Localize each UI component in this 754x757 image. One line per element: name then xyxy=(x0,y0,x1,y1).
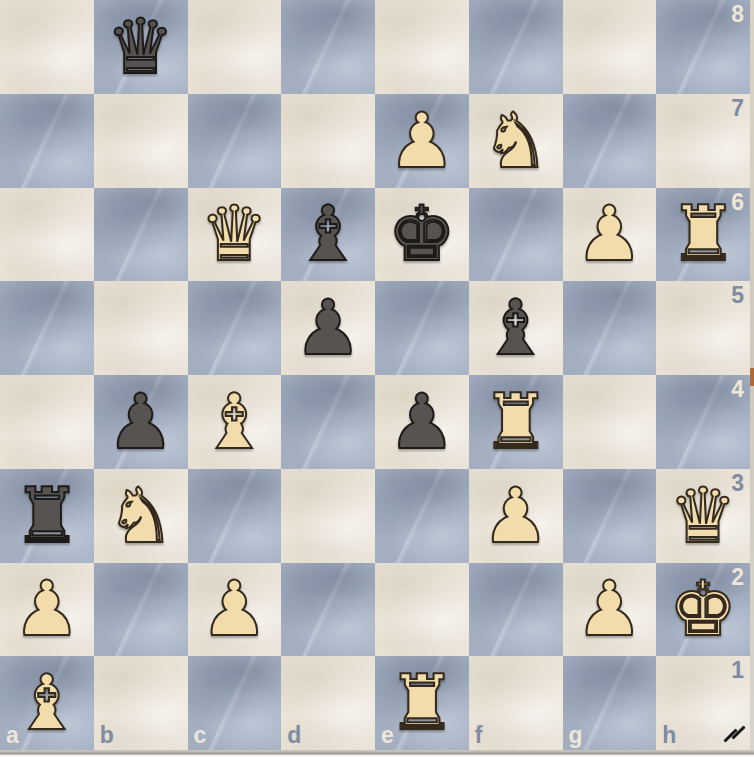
square-b2[interactable] xyxy=(94,563,188,657)
square-f4[interactable]: ♜ xyxy=(469,375,563,469)
square-h3[interactable]: 3♛ xyxy=(656,469,750,563)
file-label-d: d xyxy=(287,724,301,747)
piece-wq-h3[interactable]: ♛ xyxy=(656,469,750,563)
square-f7[interactable]: ♞ xyxy=(469,94,563,188)
piece-bp-e4[interactable]: ♟ xyxy=(375,375,469,469)
file-label-c: c xyxy=(194,724,207,747)
file-label-g: g xyxy=(569,724,583,747)
chess-board-stage: ♛8♟♞7♛♝♚♟6♜♟♝5♟♝♟♜4♜♞♟3♛♟♟♟2♚a♝bcde♜fg1h xyxy=(0,0,754,757)
square-c7[interactable] xyxy=(188,94,282,188)
square-b1[interactable]: b xyxy=(94,656,188,750)
square-b5[interactable] xyxy=(94,281,188,375)
square-e6[interactable]: ♚ xyxy=(375,188,469,282)
square-f1[interactable]: f xyxy=(469,656,563,750)
piece-wp-e7[interactable]: ♟ xyxy=(375,94,469,188)
board-right-edge xyxy=(750,0,754,750)
square-g5[interactable] xyxy=(563,281,657,375)
piece-bb-d6[interactable]: ♝ xyxy=(281,188,375,282)
resize-handle-icon[interactable] xyxy=(723,723,747,745)
square-g1[interactable]: g xyxy=(563,656,657,750)
square-d3[interactable] xyxy=(281,469,375,563)
square-a7[interactable] xyxy=(0,94,94,188)
piece-wr-h6[interactable]: ♜ xyxy=(656,188,750,282)
square-d8[interactable] xyxy=(281,0,375,94)
piece-bb-f5[interactable]: ♝ xyxy=(469,281,563,375)
piece-wb-a1[interactable]: ♝ xyxy=(0,656,94,750)
square-a3[interactable]: ♜ xyxy=(0,469,94,563)
file-label-h: h xyxy=(662,724,676,747)
piece-wp-g6[interactable]: ♟ xyxy=(563,188,657,282)
square-e8[interactable] xyxy=(375,0,469,94)
square-f5[interactable]: ♝ xyxy=(469,281,563,375)
square-h4[interactable]: 4 xyxy=(656,375,750,469)
rank-label-8: 8 xyxy=(731,3,744,26)
board-bottom-edge xyxy=(0,750,754,757)
square-e5[interactable] xyxy=(375,281,469,375)
piece-wp-c2[interactable]: ♟ xyxy=(188,563,282,657)
file-label-b: b xyxy=(100,724,114,747)
square-b7[interactable] xyxy=(94,94,188,188)
square-h7[interactable]: 7 xyxy=(656,94,750,188)
square-h8[interactable]: 8 xyxy=(656,0,750,94)
piece-wp-f3[interactable]: ♟ xyxy=(469,469,563,563)
square-c6[interactable]: ♛ xyxy=(188,188,282,282)
piece-wn-f7[interactable]: ♞ xyxy=(469,94,563,188)
square-d7[interactable] xyxy=(281,94,375,188)
file-label-f: f xyxy=(475,724,483,747)
piece-bk-e6[interactable]: ♚ xyxy=(375,188,469,282)
square-g4[interactable] xyxy=(563,375,657,469)
square-f8[interactable] xyxy=(469,0,563,94)
square-b4[interactable]: ♟ xyxy=(94,375,188,469)
piece-br-a3[interactable]: ♜ xyxy=(0,469,94,563)
piece-wn-b3[interactable]: ♞ xyxy=(94,469,188,563)
square-d5[interactable]: ♟ xyxy=(281,281,375,375)
square-a6[interactable] xyxy=(0,188,94,282)
square-b6[interactable] xyxy=(94,188,188,282)
square-c5[interactable] xyxy=(188,281,282,375)
square-e7[interactable]: ♟ xyxy=(375,94,469,188)
square-a1[interactable]: a♝ xyxy=(0,656,94,750)
piece-bp-b4[interactable]: ♟ xyxy=(94,375,188,469)
square-b8[interactable]: ♛ xyxy=(94,0,188,94)
square-c4[interactable]: ♝ xyxy=(188,375,282,469)
square-g3[interactable] xyxy=(563,469,657,563)
square-f2[interactable] xyxy=(469,563,563,657)
square-f3[interactable]: ♟ xyxy=(469,469,563,563)
piece-wp-g2[interactable]: ♟ xyxy=(563,563,657,657)
square-g6[interactable]: ♟ xyxy=(563,188,657,282)
square-a4[interactable] xyxy=(0,375,94,469)
rank-label-5: 5 xyxy=(731,284,744,307)
rank-label-1: 1 xyxy=(731,659,744,682)
piece-wk-h2[interactable]: ♚ xyxy=(656,563,750,657)
square-g8[interactable] xyxy=(563,0,657,94)
square-h5[interactable]: 5 xyxy=(656,281,750,375)
square-b3[interactable]: ♞ xyxy=(94,469,188,563)
square-c1[interactable]: c xyxy=(188,656,282,750)
square-g2[interactable]: ♟ xyxy=(563,563,657,657)
square-c3[interactable] xyxy=(188,469,282,563)
square-f6[interactable] xyxy=(469,188,563,282)
piece-bp-d5[interactable]: ♟ xyxy=(281,281,375,375)
square-h6[interactable]: 6♜ xyxy=(656,188,750,282)
square-e3[interactable] xyxy=(375,469,469,563)
piece-wb-c4[interactable]: ♝ xyxy=(188,375,282,469)
piece-wp-a2[interactable]: ♟ xyxy=(0,563,94,657)
square-a5[interactable] xyxy=(0,281,94,375)
square-g7[interactable] xyxy=(563,94,657,188)
square-c8[interactable] xyxy=(188,0,282,94)
square-d4[interactable] xyxy=(281,375,375,469)
piece-wq-c6[interactable]: ♛ xyxy=(188,188,282,282)
chess-board: ♛8♟♞7♛♝♚♟6♜♟♝5♟♝♟♜4♜♞♟3♛♟♟♟2♚a♝bcde♜fg1h xyxy=(0,0,750,750)
piece-bq-b8[interactable]: ♛ xyxy=(94,0,188,94)
square-e1[interactable]: e♜ xyxy=(375,656,469,750)
edge-notch xyxy=(750,368,754,386)
rank-label-4: 4 xyxy=(731,378,744,401)
square-a2[interactable]: ♟ xyxy=(0,563,94,657)
square-d2[interactable] xyxy=(281,563,375,657)
square-a8[interactable] xyxy=(0,0,94,94)
square-h2[interactable]: 2♚ xyxy=(656,563,750,657)
square-e4[interactable]: ♟ xyxy=(375,375,469,469)
piece-wr-e1[interactable]: ♜ xyxy=(375,656,469,750)
square-e2[interactable] xyxy=(375,563,469,657)
square-d1[interactable]: d xyxy=(281,656,375,750)
square-d6[interactable]: ♝ xyxy=(281,188,375,282)
rank-label-7: 7 xyxy=(731,97,744,120)
square-c2[interactable]: ♟ xyxy=(188,563,282,657)
piece-wr-f4[interactable]: ♜ xyxy=(469,375,563,469)
square-h1[interactable]: 1h xyxy=(656,656,750,750)
